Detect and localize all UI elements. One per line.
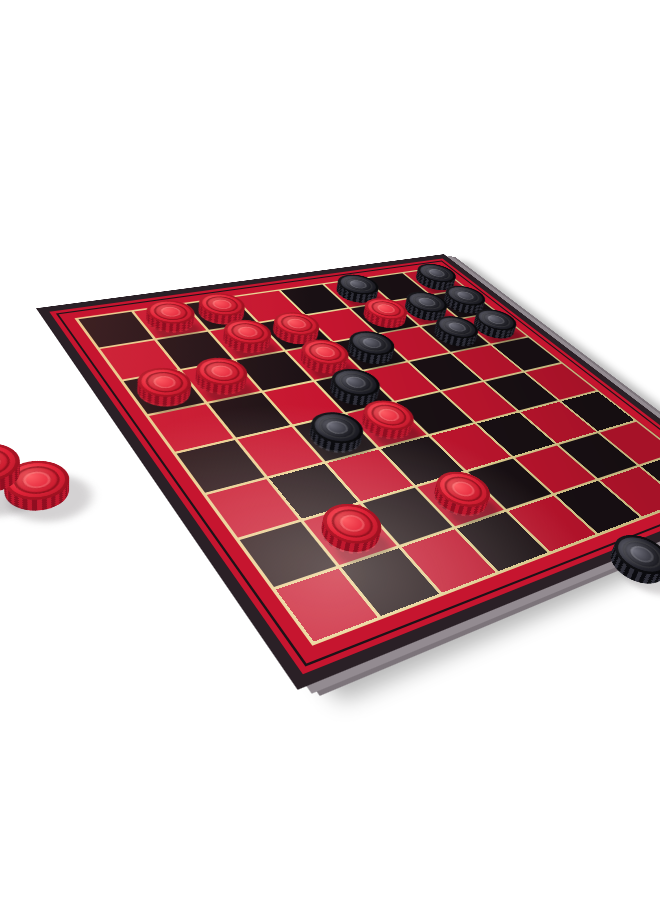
cell-4-5[interactable] [431,424,511,470]
table-surface [0,188,660,904]
cell-6-3[interactable] [452,345,522,380]
red-piece-top-face [426,467,501,513]
black-checker-piece[interactable] [599,539,660,591]
checkers-board [36,254,660,690]
black-checker-piece[interactable] [340,337,401,367]
off-board-black-pieces [0,188,466,245]
board-border-red-outer [49,258,660,674]
cell-0-4[interactable] [177,440,265,493]
cell-7-5[interactable] [562,392,635,431]
off-board-red-pieces [0,188,466,245]
cell-5-6[interactable] [515,445,596,493]
cell-6-6[interactable] [559,433,637,478]
cell-6-7[interactable] [600,467,660,516]
board-border-pinstripe [56,261,660,667]
board-border-red-inner [59,261,660,663]
board-grid [74,267,660,646]
cell-6-5[interactable] [521,402,596,443]
cell-0-2[interactable] [124,371,205,414]
product-photo-stage [0,0,660,904]
red-checker-piece[interactable] [139,307,201,336]
cell-7-3[interactable] [492,337,560,370]
red-checker-piece[interactable] [215,326,277,356]
cell-5-7[interactable] [556,481,640,533]
cell-1-2[interactable] [182,361,260,402]
red-checker-piece[interactable] [129,374,198,411]
